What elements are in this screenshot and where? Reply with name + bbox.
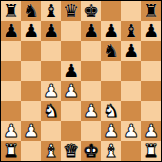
square-a5[interactable] (1, 61, 21, 81)
square-a3[interactable] (1, 101, 21, 121)
square-f1[interactable]: ♝ (101, 141, 121, 161)
piece-black-rook[interactable]: ♜ (3, 1, 19, 21)
piece-white-pawn[interactable]: ♟ (43, 81, 59, 101)
square-c6[interactable] (41, 41, 61, 61)
square-b8[interactable]: ♞ (21, 1, 41, 21)
square-c1[interactable]: ♝ (41, 141, 61, 161)
square-f7[interactable]: ♟ (101, 21, 121, 41)
piece-white-pawn[interactable]: ♟ (3, 121, 19, 141)
square-e5[interactable] (81, 61, 101, 81)
piece-black-pawn[interactable]: ♟ (3, 21, 19, 41)
piece-black-pawn[interactable]: ♟ (103, 21, 119, 41)
square-c5[interactable] (41, 61, 61, 81)
square-h8[interactable]: ♜ (141, 1, 161, 21)
square-d1[interactable]: ♛ (61, 141, 81, 161)
piece-white-knight[interactable]: ♞ (43, 101, 59, 121)
piece-white-pawn[interactable]: ♟ (143, 121, 159, 141)
piece-white-pawn[interactable]: ♟ (83, 101, 99, 121)
square-a2[interactable]: ♟ (1, 121, 21, 141)
piece-white-king[interactable]: ♚ (83, 141, 99, 161)
piece-black-pawn[interactable]: ♟ (143, 21, 159, 41)
square-h2[interactable]: ♟ (141, 121, 161, 141)
square-d2[interactable] (61, 121, 81, 141)
square-g5[interactable] (121, 61, 141, 81)
square-e7[interactable]: ♟ (81, 21, 101, 41)
square-c3[interactable]: ♞ (41, 101, 61, 121)
piece-black-king[interactable]: ♚ (83, 1, 99, 21)
square-g1[interactable] (121, 141, 141, 161)
square-h3[interactable] (141, 101, 161, 121)
square-f6[interactable]: ♞ (101, 41, 121, 61)
square-d4[interactable]: ♟ (61, 81, 81, 101)
square-g6[interactable]: ♟ (121, 41, 141, 61)
square-b7[interactable]: ♟ (21, 21, 41, 41)
square-d3[interactable] (61, 101, 81, 121)
piece-white-pawn[interactable]: ♟ (23, 121, 39, 141)
piece-black-pawn[interactable]: ♟ (123, 41, 139, 61)
square-b2[interactable]: ♟ (21, 121, 41, 141)
piece-white-queen[interactable]: ♛ (63, 141, 79, 161)
square-b5[interactable] (21, 61, 41, 81)
piece-black-queen[interactable]: ♛ (63, 1, 79, 21)
square-e4[interactable] (81, 81, 101, 101)
piece-white-pawn[interactable]: ♟ (103, 121, 119, 141)
square-a8[interactable]: ♜ (1, 1, 21, 21)
square-e8[interactable]: ♚ (81, 1, 101, 21)
square-e2[interactable] (81, 121, 101, 141)
square-c2[interactable] (41, 121, 61, 141)
square-b6[interactable] (21, 41, 41, 61)
square-e3[interactable]: ♟ (81, 101, 101, 121)
square-a4[interactable] (1, 81, 21, 101)
square-c4[interactable]: ♟ (41, 81, 61, 101)
piece-white-pawn[interactable]: ♟ (123, 121, 139, 141)
square-h5[interactable] (141, 61, 161, 81)
square-d7[interactable] (61, 21, 81, 41)
square-f8[interactable] (101, 1, 121, 21)
piece-black-bishop[interactable]: ♝ (123, 21, 139, 41)
piece-black-pawn[interactable]: ♟ (83, 21, 99, 41)
square-g3[interactable] (121, 101, 141, 121)
square-g7[interactable]: ♝ (121, 21, 141, 41)
piece-black-knight[interactable]: ♞ (23, 1, 39, 21)
piece-white-bishop[interactable]: ♝ (103, 141, 119, 161)
square-a1[interactable]: ♜ (1, 141, 21, 161)
square-f3[interactable]: ♞ (101, 101, 121, 121)
square-d5[interactable]: ♟ (61, 61, 81, 81)
square-h6[interactable] (141, 41, 161, 61)
piece-white-pawn[interactable]: ♟ (63, 81, 79, 101)
piece-white-rook[interactable]: ♜ (143, 141, 159, 161)
piece-black-bishop[interactable]: ♝ (43, 1, 59, 21)
square-d8[interactable]: ♛ (61, 1, 81, 21)
piece-white-rook[interactable]: ♜ (3, 141, 19, 161)
square-a6[interactable] (1, 41, 21, 61)
square-g8[interactable] (121, 1, 141, 21)
square-e6[interactable] (81, 41, 101, 61)
square-h1[interactable]: ♜ (141, 141, 161, 161)
chess-board: ♜♞♝♛♚♜♟♟♟♟♟♝♟♞♟♟♟♟♞♟♞♟♟♟♟♟♜♝♛♚♝♜ (0, 0, 162, 162)
square-e1[interactable]: ♚ (81, 141, 101, 161)
square-c8[interactable]: ♝ (41, 1, 61, 21)
square-a7[interactable]: ♟ (1, 21, 21, 41)
square-b3[interactable] (21, 101, 41, 121)
piece-black-pawn[interactable]: ♟ (23, 21, 39, 41)
square-d6[interactable] (61, 41, 81, 61)
piece-black-rook[interactable]: ♜ (143, 1, 159, 21)
square-b4[interactable] (21, 81, 41, 101)
piece-black-knight[interactable]: ♞ (103, 41, 119, 61)
piece-white-knight[interactable]: ♞ (103, 101, 119, 121)
piece-black-pawn[interactable]: ♟ (43, 21, 59, 41)
square-c7[interactable]: ♟ (41, 21, 61, 41)
square-h4[interactable] (141, 81, 161, 101)
square-b1[interactable] (21, 141, 41, 161)
piece-white-bishop[interactable]: ♝ (43, 141, 59, 161)
square-f4[interactable] (101, 81, 121, 101)
square-f2[interactable]: ♟ (101, 121, 121, 141)
piece-black-pawn[interactable]: ♟ (63, 61, 79, 81)
square-h7[interactable]: ♟ (141, 21, 161, 41)
square-f5[interactable] (101, 61, 121, 81)
square-g4[interactable] (121, 81, 141, 101)
square-g2[interactable]: ♟ (121, 121, 141, 141)
